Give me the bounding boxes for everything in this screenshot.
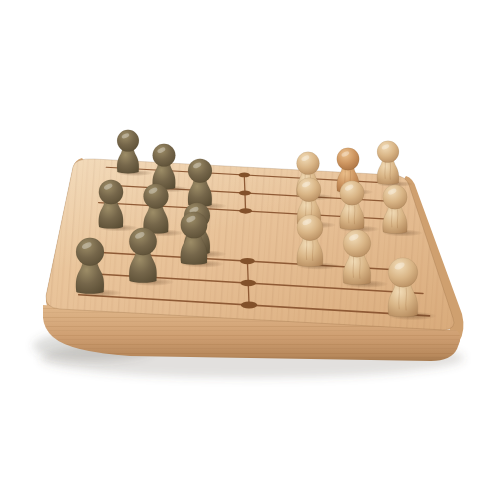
peg-head <box>297 152 320 175</box>
peg-head <box>340 181 364 205</box>
groove-dot-4 <box>240 258 255 264</box>
groove-dot-2 <box>239 191 251 196</box>
peg-head <box>117 130 139 152</box>
groove-dot-5 <box>240 280 256 287</box>
groove-dot-3 <box>239 208 252 213</box>
peg-head <box>297 215 323 241</box>
peg-head <box>144 184 169 209</box>
peg-head <box>297 178 321 202</box>
peg-head <box>377 141 399 163</box>
peg-head <box>181 212 208 239</box>
peg-head <box>188 159 212 183</box>
product-photo-canvas <box>0 0 500 500</box>
peg-head <box>388 258 418 288</box>
board-scene <box>0 0 500 500</box>
peg-head <box>343 230 371 258</box>
peg-head <box>337 148 359 170</box>
peg-head <box>129 228 157 256</box>
peg-head <box>383 185 407 209</box>
peg-head <box>99 180 123 204</box>
groove-dot-6 <box>241 302 258 309</box>
peg-head <box>153 144 176 167</box>
peg-head <box>76 238 104 266</box>
groove-dot-1 <box>239 173 250 178</box>
